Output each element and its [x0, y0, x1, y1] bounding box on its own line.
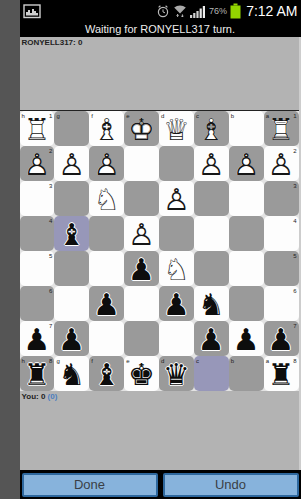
square-d4[interactable]: [159, 216, 194, 251]
black-knight: ♞: [54, 356, 89, 391]
black-pawn: ♟: [124, 251, 159, 286]
square-g2[interactable]: ♟♙: [54, 146, 89, 181]
rank-label-a5: 5: [293, 253, 296, 259]
square-f8[interactable]: f♝: [89, 356, 124, 391]
black-king: ♚: [124, 356, 159, 391]
square-c8[interactable]: c: [194, 356, 229, 391]
square-e8[interactable]: e♚: [124, 356, 159, 391]
square-d3[interactable]: ♟♙: [159, 181, 194, 216]
file-label-c8: c: [196, 358, 199, 364]
square-a1[interactable]: a1♜♖: [264, 111, 299, 146]
square-e4[interactable]: ♟♙: [124, 216, 159, 251]
chess-board: h1♜♖gf♝♗e♚♔d♛♕c♝♗ba1♜♖2♟♙♟♙♟♙♟♙♟♙2♟♙3♞♘♟…: [20, 110, 299, 391]
square-h6[interactable]: 6: [20, 286, 55, 321]
square-d8[interactable]: d♛: [159, 356, 194, 391]
alarm-icon: [156, 4, 170, 18]
action-bar: Done Undo: [20, 470, 301, 499]
square-h8[interactable]: h8♜: [20, 356, 55, 391]
square-c4[interactable]: [194, 216, 229, 251]
square-b4[interactable]: [229, 216, 264, 251]
white-pawn: ♟♙: [264, 146, 299, 181]
square-h7[interactable]: 7♟: [20, 321, 55, 356]
square-e7[interactable]: [124, 321, 159, 356]
square-b6[interactable]: [229, 286, 264, 321]
black-pawn: ♟: [194, 321, 229, 356]
square-g6[interactable]: [54, 286, 89, 321]
black-rook: ♜: [264, 356, 299, 391]
square-d1[interactable]: d♛♕: [159, 111, 194, 146]
white-rook: ♜♖: [20, 111, 55, 146]
screenshot-notification-icon: [23, 4, 42, 19]
white-bishop: ♝♗: [89, 111, 124, 146]
square-c7[interactable]: ♟: [194, 321, 229, 356]
black-pawn: ♟: [20, 321, 55, 356]
square-d2[interactable]: [159, 146, 194, 181]
player-score-label: You: 0 (0): [22, 392, 58, 401]
square-f1[interactable]: f♝♗: [89, 111, 124, 146]
black-pawn: ♟: [264, 321, 299, 356]
square-e2[interactable]: [124, 146, 159, 181]
square-f7[interactable]: [89, 321, 124, 356]
black-pawn: ♟: [54, 321, 89, 356]
square-b2[interactable]: ♟♙: [229, 146, 264, 181]
square-a4[interactable]: 4: [264, 216, 299, 251]
battery-icon: [230, 3, 241, 19]
square-f4[interactable]: [89, 216, 124, 251]
status-time: 7:12 AM: [246, 3, 297, 19]
square-h5[interactable]: 5: [20, 251, 55, 286]
black-bishop: ♝: [54, 216, 89, 251]
undo-button[interactable]: Undo: [163, 473, 299, 497]
square-e6[interactable]: [124, 286, 159, 321]
rank-label-h6: 6: [49, 288, 52, 294]
square-b1[interactable]: b: [229, 111, 264, 146]
done-button[interactable]: Done: [22, 473, 158, 497]
square-h4[interactable]: 4: [20, 216, 55, 251]
wifi-icon: [173, 4, 187, 18]
square-e1[interactable]: e♚♔: [124, 111, 159, 146]
square-d7[interactable]: [159, 321, 194, 356]
white-rook: ♜♖: [264, 111, 299, 146]
square-f3[interactable]: ♞♘: [89, 181, 124, 216]
square-g1[interactable]: g: [54, 111, 89, 146]
opponent-score-label: RONYELL317: 0: [22, 38, 83, 47]
black-rook: ♜: [20, 356, 55, 391]
battery-percent: 76%: [209, 6, 227, 16]
white-pawn: ♟♙: [124, 216, 159, 251]
square-e5[interactable]: ♟: [124, 251, 159, 286]
black-queen: ♛: [159, 356, 194, 391]
square-c5[interactable]: [194, 251, 229, 286]
square-b3[interactable]: [229, 181, 264, 216]
player-score-bracket: (0): [48, 392, 58, 401]
file-label-g1: g: [56, 113, 59, 119]
white-pawn: ♟♙: [159, 181, 194, 216]
white-pawn: ♟♙: [89, 146, 124, 181]
square-a3[interactable]: 3: [264, 181, 299, 216]
rank-label-a4: 4: [293, 218, 296, 224]
white-king: ♚♔: [124, 111, 159, 146]
square-h1[interactable]: h1♜♖: [20, 111, 55, 146]
black-pawn: ♟: [229, 321, 264, 356]
square-f6[interactable]: ♟: [89, 286, 124, 321]
black-bishop: ♝: [89, 356, 124, 391]
square-d6[interactable]: ♟: [159, 286, 194, 321]
square-a5[interactable]: 5: [264, 251, 299, 286]
file-label-b8: b: [231, 358, 234, 364]
black-knight: ♞: [194, 286, 229, 321]
square-g4[interactable]: ♝: [54, 216, 89, 251]
square-f2[interactable]: ♟♙: [89, 146, 124, 181]
square-a2[interactable]: 2♟♙: [264, 146, 299, 181]
player-score: 0: [41, 392, 45, 401]
square-b8[interactable]: b: [229, 356, 264, 391]
white-knight: ♞♘: [89, 181, 124, 216]
file-label-b1: b: [231, 113, 234, 119]
square-c2[interactable]: ♟♙: [194, 146, 229, 181]
app-screen: 76% 7:12 AM Waiting for RONYELL317 turn.…: [20, 0, 301, 499]
scroll-edge: [299, 37, 301, 470]
square-e3[interactable]: [124, 181, 159, 216]
status-bar: 76% 7:12 AM: [20, 0, 301, 22]
square-a7[interactable]: 7♟: [264, 321, 299, 356]
player-name: You:: [22, 392, 39, 401]
white-pawn: ♟♙: [20, 146, 55, 181]
white-knight: ♞♘: [159, 251, 194, 286]
rank-label-h3: 3: [49, 183, 52, 189]
square-g8[interactable]: g♞: [54, 356, 89, 391]
white-pawn: ♟♙: [194, 146, 229, 181]
rank-label-h4: 4: [49, 218, 52, 224]
rank-label-a6: 6: [293, 288, 296, 294]
square-c1[interactable]: c♝♗: [194, 111, 229, 146]
square-g7[interactable]: ♟: [54, 321, 89, 356]
signal-strength-icon: [190, 5, 206, 18]
square-h3[interactable]: 3: [20, 181, 55, 216]
rank-label-a3: 3: [293, 183, 296, 189]
square-c6[interactable]: ♞: [194, 286, 229, 321]
game-area: RONYELL317: 0 h1♜♖gf♝♗e♚♔d♛♕c♝♗ba1♜♖2♟♙♟…: [20, 37, 301, 499]
square-c3[interactable]: [194, 181, 229, 216]
black-pawn: ♟: [159, 286, 194, 321]
white-pawn: ♟♙: [54, 146, 89, 181]
square-g3[interactable]: [54, 181, 89, 216]
rank-label-h5: 5: [49, 253, 52, 259]
white-pawn: ♟♙: [229, 146, 264, 181]
square-h2[interactable]: 2♟♙: [20, 146, 55, 181]
black-pawn: ♟: [89, 286, 124, 321]
square-a8[interactable]: a8♜: [264, 356, 299, 391]
square-d5[interactable]: ♞♘: [159, 251, 194, 286]
white-queen: ♛♕: [159, 111, 194, 146]
white-bishop: ♝♗: [194, 111, 229, 146]
square-b5[interactable]: [229, 251, 264, 286]
square-f5[interactable]: [89, 251, 124, 286]
square-a6[interactable]: 6: [264, 286, 299, 321]
square-b7[interactable]: ♟: [229, 321, 264, 356]
turn-banner: Waiting for RONYELL317 turn.: [20, 22, 301, 37]
square-g5[interactable]: [54, 251, 89, 286]
